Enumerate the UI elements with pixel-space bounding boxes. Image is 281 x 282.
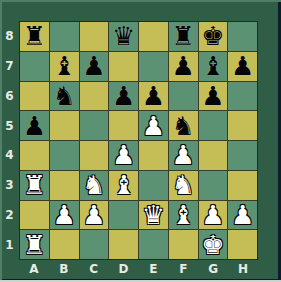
rank-label-2: 2 (0, 200, 19, 230)
square-c8[interactable] (80, 22, 109, 51)
piece-white-knight[interactable]: ♞ (82, 172, 105, 198)
square-d1[interactable] (109, 230, 138, 259)
square-f5[interactable]: ♞ (169, 111, 198, 140)
square-f4[interactable]: ♟ (169, 141, 198, 170)
square-f2[interactable]: ♝ (169, 201, 198, 230)
piece-white-pawn[interactable]: ♟ (171, 142, 194, 168)
square-d6[interactable]: ♟ (109, 82, 138, 111)
piece-black-pawn[interactable]: ♟ (23, 113, 46, 139)
square-a3[interactable]: ♜ (20, 171, 49, 200)
square-f1[interactable] (169, 230, 198, 259)
square-h2[interactable]: ♟ (228, 201, 257, 230)
rank-label-6: 6 (0, 81, 19, 111)
square-b4[interactable] (50, 141, 79, 170)
piece-black-pawn[interactable]: ♟ (142, 83, 165, 109)
piece-black-bishop[interactable]: ♝ (52, 53, 75, 79)
piece-black-pawn[interactable]: ♟ (112, 83, 135, 109)
piece-black-pawn[interactable]: ♟ (82, 53, 105, 79)
piece-white-pawn[interactable]: ♟ (52, 202, 75, 228)
square-g1[interactable]: ♚ (199, 230, 228, 259)
rank-labels: 87654321 (0, 21, 19, 260)
rank-label-8: 8 (0, 21, 19, 51)
piece-white-queen[interactable]: ♛ (142, 202, 165, 228)
piece-black-king[interactable]: ♚ (201, 23, 224, 49)
square-g6[interactable]: ♟ (199, 82, 228, 111)
square-g4[interactable] (199, 141, 228, 170)
rank-label-4: 4 (0, 141, 19, 171)
square-g3[interactable] (199, 171, 228, 200)
piece-white-pawn[interactable]: ♟ (201, 202, 224, 228)
piece-black-pawn[interactable]: ♟ (201, 83, 224, 109)
piece-white-bishop[interactable]: ♝ (112, 172, 135, 198)
piece-black-knight[interactable]: ♞ (52, 83, 75, 109)
file-label-f: F (168, 259, 198, 278)
file-label-c: C (79, 259, 109, 278)
file-label-a: A (19, 259, 49, 278)
square-d2[interactable] (109, 201, 138, 230)
square-b1[interactable] (50, 230, 79, 259)
piece-black-pawn[interactable]: ♟ (231, 53, 254, 79)
square-f6[interactable] (169, 82, 198, 111)
file-label-h: H (228, 259, 258, 278)
square-e3[interactable] (139, 171, 168, 200)
square-d3[interactable]: ♝ (109, 171, 138, 200)
square-e5[interactable]: ♟ (139, 111, 168, 140)
square-b2[interactable]: ♟ (50, 201, 79, 230)
square-c4[interactable] (80, 141, 109, 170)
square-d5[interactable] (109, 111, 138, 140)
rank-label-1: 1 (0, 230, 19, 260)
square-e8[interactable] (139, 22, 168, 51)
square-f8[interactable]: ♜ (169, 22, 198, 51)
square-f7[interactable]: ♟ (169, 52, 198, 81)
piece-black-rook[interactable]: ♜ (171, 23, 194, 49)
square-g7[interactable]: ♝ (199, 52, 228, 81)
square-h8[interactable] (228, 22, 257, 51)
square-e4[interactable] (139, 141, 168, 170)
square-e6[interactable]: ♟ (139, 82, 168, 111)
square-h6[interactable] (228, 82, 257, 111)
square-a4[interactable] (20, 141, 49, 170)
square-e7[interactable] (139, 52, 168, 81)
square-c2[interactable]: ♟ (80, 201, 109, 230)
piece-white-rook[interactable]: ♜ (23, 172, 46, 198)
rank-label-5: 5 (0, 111, 19, 141)
square-h5[interactable] (228, 111, 257, 140)
square-h7[interactable]: ♟ (228, 52, 257, 81)
square-b5[interactable] (50, 111, 79, 140)
file-label-e: E (139, 259, 169, 278)
file-label-g: G (198, 259, 228, 278)
square-b7[interactable]: ♝ (50, 52, 79, 81)
square-d4[interactable]: ♟ (109, 141, 138, 170)
square-a6[interactable] (20, 82, 49, 111)
rank-label-7: 7 (0, 51, 19, 81)
square-b6[interactable]: ♞ (50, 82, 79, 111)
square-d8[interactable]: ♛ (109, 22, 138, 51)
square-c7[interactable]: ♟ (80, 52, 109, 81)
piece-white-king[interactable]: ♚ (201, 232, 224, 258)
square-g8[interactable]: ♚ (199, 22, 228, 51)
square-b3[interactable] (50, 171, 79, 200)
square-e2[interactable]: ♛ (139, 201, 168, 230)
board-grid: ♜♛♜♚♝♟♟♝♟♞♟♟♟♟♟♞♟♟♜♞♝♞♟♟♛♝♟♟♜♚ (19, 21, 258, 260)
piece-black-pawn[interactable]: ♟ (171, 53, 194, 79)
piece-black-knight[interactable]: ♞ (171, 113, 194, 139)
piece-black-bishop[interactable]: ♝ (201, 53, 224, 79)
square-h1[interactable] (228, 230, 257, 259)
piece-white-pawn[interactable]: ♟ (112, 142, 135, 168)
square-h4[interactable] (228, 141, 257, 170)
piece-white-pawn[interactable]: ♟ (82, 202, 105, 228)
square-d7[interactable] (109, 52, 138, 81)
square-a5[interactable]: ♟ (20, 111, 49, 140)
rank-label-3: 3 (0, 170, 19, 200)
square-b8[interactable] (50, 22, 79, 51)
piece-white-knight[interactable]: ♞ (171, 172, 194, 198)
square-a7[interactable] (20, 52, 49, 81)
file-label-d: D (109, 259, 139, 278)
square-c1[interactable] (80, 230, 109, 259)
piece-white-bishop[interactable]: ♝ (171, 202, 194, 228)
square-c5[interactable] (80, 111, 109, 140)
square-a8[interactable]: ♜ (20, 22, 49, 51)
square-e1[interactable] (139, 230, 168, 259)
piece-white-rook[interactable]: ♜ (23, 232, 46, 258)
piece-white-pawn[interactable]: ♟ (142, 113, 165, 139)
piece-black-rook[interactable]: ♜ (23, 23, 46, 49)
square-c6[interactable] (80, 82, 109, 111)
file-labels: ABCDEFGH (19, 259, 258, 278)
chess-diagram: 87654321 ♜♛♜♚♝♟♟♝♟♞♟♟♟♟♟♞♟♟♜♞♝♞♟♟♛♝♟♟♜♚ … (0, 0, 281, 282)
piece-black-queen[interactable]: ♛ (112, 23, 135, 49)
square-g2[interactable]: ♟ (199, 201, 228, 230)
file-label-b: B (49, 259, 79, 278)
square-g5[interactable] (199, 111, 228, 140)
square-c3[interactable]: ♞ (80, 171, 109, 200)
piece-white-pawn[interactable]: ♟ (231, 202, 254, 228)
square-a1[interactable]: ♜ (20, 230, 49, 259)
square-f3[interactable]: ♞ (169, 171, 198, 200)
square-h3[interactable] (228, 171, 257, 200)
square-a2[interactable] (20, 201, 49, 230)
